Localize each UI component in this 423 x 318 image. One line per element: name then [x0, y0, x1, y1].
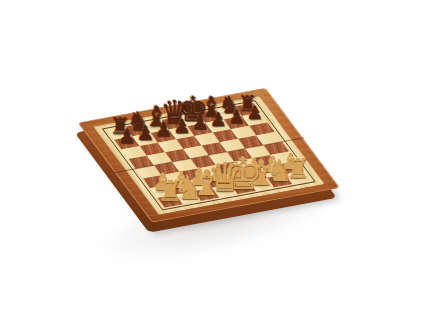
white-rook-h1: ♜ [286, 155, 310, 182]
piece-shadow [247, 118, 259, 121]
white-pawn-d2: ♟ [207, 162, 228, 185]
piece-shadow [263, 170, 277, 174]
white-bishop-c1: ♝ [191, 165, 223, 200]
piece-shadow [287, 176, 304, 181]
piece-shadow [174, 132, 186, 135]
piece-shadow [245, 173, 259, 177]
piece-shadow [146, 125, 163, 130]
piece-shadow [268, 179, 287, 184]
piece-shadow [201, 114, 218, 119]
piece-shadow [111, 132, 125, 136]
piece-shadow [190, 183, 204, 187]
piece-shadow [172, 186, 187, 190]
piece-shadow [163, 121, 183, 126]
white-knight-g1: ♞ [266, 156, 293, 187]
white-pawn-a2: ♟ [152, 172, 173, 196]
piece-shadow [249, 182, 270, 188]
piece-shadow [228, 184, 255, 191]
piece-shadow [159, 199, 177, 204]
black-bishop-c8: ♝ [144, 103, 169, 131]
piece-shadow [180, 117, 201, 123]
black-rook-h8: ♜ [238, 92, 257, 113]
white-pawn-h2: ♟ [281, 150, 301, 172]
black-pawn-e7: ♟ [191, 113, 208, 132]
white-pawn-g2: ♟ [262, 153, 282, 175]
white-knight-b1: ♞ [174, 171, 203, 203]
white-queen-d1: ♛ [207, 158, 243, 198]
black-bishop-f8: ♝ [199, 94, 223, 121]
chess-set-photo: ♜♞♝♛♚♝♞♜♟♟♟♟♟♟♟♟♟♟♟♟♟♟♟♟♜♞♝♛♚♝♞♜ [0, 0, 423, 318]
piece-shadow [227, 176, 241, 180]
black-pawn-f7: ♟ [210, 110, 227, 129]
black-pawn-a7: ♟ [118, 126, 136, 146]
black-knight-g8: ♞ [218, 93, 240, 117]
piece-shadow [155, 135, 167, 138]
piece-shadow [176, 195, 196, 200]
white-pawn-f2: ♟ [244, 156, 264, 179]
white-king-e1: ♚ [223, 152, 262, 196]
white-pawn-e2: ♟ [226, 159, 247, 182]
black-pawn-g7: ♟ [228, 107, 245, 126]
black-rook-a8: ♜ [109, 114, 130, 137]
black-knight-b8: ♞ [126, 109, 149, 135]
black-king-e8: ♚ [177, 91, 208, 126]
piece-shadow [154, 190, 169, 194]
piece-shadow [137, 138, 149, 141]
piece-shadow [194, 192, 216, 198]
piece-shadow [119, 142, 132, 145]
white-pawn-c2: ♟ [189, 165, 210, 188]
black-pawn-h7: ♟ [246, 104, 263, 123]
black-pawn-b7: ♟ [136, 123, 154, 143]
black-queen-d8: ♛ [160, 97, 188, 129]
piece-shadow [210, 125, 222, 128]
piece-shadow [209, 180, 223, 184]
piece-shadow [239, 108, 252, 112]
black-pawn-d7: ♟ [173, 117, 191, 137]
piece-shadow [220, 111, 235, 115]
black-pawn-c7: ♟ [155, 120, 173, 140]
piece-shadow [282, 166, 296, 170]
piece-shadow [192, 128, 204, 131]
white-rook-a1: ♜ [157, 177, 183, 206]
piece-shadow [229, 122, 241, 125]
piece-shadow [211, 188, 236, 195]
pieces-layer: ♜♞♝♛♚♝♞♜♟♟♟♟♟♟♟♟♟♟♟♟♟♟♟♟♜♞♝♛♚♝♞♜ [0, 0, 423, 318]
white-bishop-f1: ♝ [246, 156, 277, 190]
piece-shadow [128, 128, 144, 132]
white-pawn-b2: ♟ [171, 169, 192, 193]
